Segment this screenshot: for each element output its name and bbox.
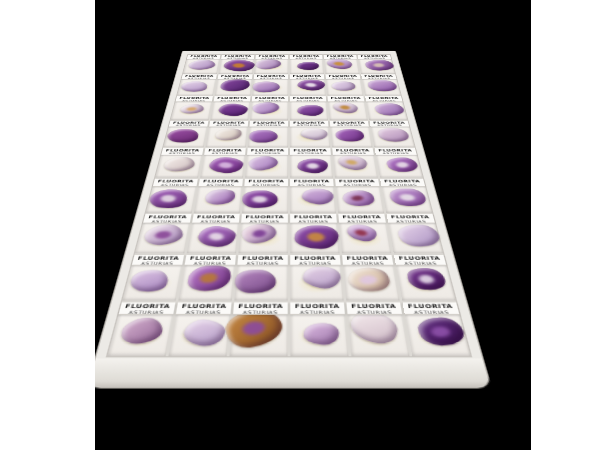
specimen-box: FLUORITAASTURIAS xyxy=(290,55,324,74)
specimen-box: FLUORITAASTURIAS xyxy=(335,179,384,213)
specimen-label: FLUORITAASTURIAS xyxy=(132,255,184,266)
specimen-box: FLUORITAASTURIAS xyxy=(387,214,444,253)
tray-grid: FLUORITAASTURIASFLUORITAASTURIASFLUORITA… xyxy=(106,54,473,357)
specimen-box: FLUORITAASTURIAS xyxy=(206,121,249,147)
specimen-box: FLUORITAASTURIAS xyxy=(215,74,253,95)
mineral-inclusion xyxy=(345,159,358,166)
label-line2: ASTURIAS xyxy=(250,125,289,127)
specimen-box: FLUORITAASTURIAS xyxy=(163,121,208,147)
specimen-label: FLUORITAASTURIAS xyxy=(181,74,216,79)
specimen-box: FLUORITAASTURIAS xyxy=(380,179,432,213)
mineral-inclusion xyxy=(305,82,317,87)
label-line2: ASTURIAS xyxy=(143,221,190,224)
mineral-inclusion xyxy=(241,320,267,337)
specimen-label: FLUORITAASTURIAS xyxy=(290,96,326,102)
label-line2: ASTURIAS xyxy=(330,125,369,127)
specimen-box: FLUORITAASTURIAS xyxy=(250,96,288,119)
page: FLUORITAASTURIASFLUORITAASTURIASFLUORITA… xyxy=(0,0,600,450)
mineral-inclusion xyxy=(187,107,196,111)
specimen-label: FLUORITAASTURIAS xyxy=(143,214,191,223)
label-line2: ASTURIAS xyxy=(324,58,357,59)
specimen-label: FLUORITAASTURIAS xyxy=(387,214,435,223)
label-line2: ASTURIAS xyxy=(336,184,380,187)
specimen-label: FLUORITAASTURIAS xyxy=(394,255,446,266)
specimen-label: FLUORITAASTURIAS xyxy=(325,74,360,79)
crystal-specimen xyxy=(164,127,201,143)
photo-background: FLUORITAASTURIASFLUORITAASTURIASFLUORITA… xyxy=(95,0,531,450)
mineral-inclusion xyxy=(400,193,414,201)
specimen-box: FLUORITAASTURIAS xyxy=(346,303,409,357)
mineral-inclusion xyxy=(207,232,224,241)
mineral-inclusion xyxy=(306,163,319,169)
tray-perspective: FLUORITAASTURIASFLUORITAASTURIASFLUORITA… xyxy=(95,51,490,387)
specimen-box: FLUORITAASTURIAS xyxy=(245,148,288,178)
mineral-inclusion xyxy=(155,231,170,240)
specimen-label: FLUORITAASTURIAS xyxy=(237,255,287,266)
specimen-box: FLUORITAASTURIAS xyxy=(210,96,250,119)
specimen-box: FLUORITAASTURIAS xyxy=(290,148,333,178)
specimen-box: FLUORITAASTURIAS xyxy=(290,214,339,253)
specimen-label: FLUORITAASTURIAS xyxy=(365,96,402,102)
label-line2: ASTURIAS xyxy=(375,153,416,155)
label-line2: ASTURIAS xyxy=(358,58,391,59)
specimen-box: FLUORITAASTURIAS xyxy=(370,121,415,147)
specimen-label: FLUORITAASTURIAS xyxy=(361,74,396,79)
specimen-label: FLUORITAASTURIAS xyxy=(161,148,203,155)
specimen-label: FLUORITAASTURIAS xyxy=(346,303,402,315)
mineral-inclusion xyxy=(359,275,378,286)
mineral-inclusion xyxy=(199,273,218,285)
specimen-box: FLUORITAASTURIAS xyxy=(342,255,400,301)
mineral-inclusion xyxy=(231,63,245,68)
mineral-inclusion xyxy=(306,232,324,242)
specimen-label: FLUORITAASTURIAS xyxy=(233,303,288,315)
specimen-label: FLUORITAASTURIAS xyxy=(290,179,334,187)
label-line2: ASTURIAS xyxy=(290,125,329,127)
specimen-box: FLUORITAASTURIAS xyxy=(290,96,328,119)
specimen-label: FLUORITAASTURIAS xyxy=(250,121,289,127)
label-line2: ASTURIAS xyxy=(221,58,254,59)
specimen-label: FLUORITAASTURIAS xyxy=(198,179,242,187)
specimen-label: FLUORITAASTURIAS xyxy=(290,121,329,127)
label-line2: ASTURIAS xyxy=(241,221,288,224)
label-line2: ASTURIAS xyxy=(252,100,288,102)
specimen-label: FLUORITAASTURIAS xyxy=(204,148,246,155)
label-line2: ASTURIAS xyxy=(218,78,253,80)
mineral-inclusion xyxy=(418,275,434,284)
mineral-inclusion xyxy=(430,326,451,338)
specimen-label: FLUORITAASTURIAS xyxy=(380,179,425,187)
crystal-specimen xyxy=(126,268,172,294)
specimen-label: FLUORITAASTURIAS xyxy=(290,148,331,155)
specimen-label: FLUORITAASTURIAS xyxy=(169,121,209,127)
mineral-inclusion xyxy=(333,61,345,66)
specimen-box: FLUORITAASTURIAS xyxy=(332,148,378,178)
specimen-label: FLUORITAASTURIAS xyxy=(118,303,175,315)
label-line2: ASTURIAS xyxy=(333,153,374,155)
specimen-box: FLUORITAASTURIAS xyxy=(248,121,288,147)
specimen-label: FLUORITAASTURIAS xyxy=(290,74,324,79)
specimen-box: FLUORITAASTURIAS xyxy=(135,214,192,253)
label-line2: ASTURIAS xyxy=(370,125,409,127)
label-line2: ASTURIAS xyxy=(169,125,208,127)
specimen-label: FLUORITAASTURIAS xyxy=(244,179,288,187)
specimen-label: FLUORITAASTURIAS xyxy=(176,303,232,315)
label-line2: ASTURIAS xyxy=(290,153,331,155)
specimen-box: FLUORITAASTURIAS xyxy=(358,55,395,74)
label-line2: ASTURIAS xyxy=(328,100,365,102)
label-line2: ASTURIAS xyxy=(176,311,231,315)
specimen-box: FLUORITAASTURIAS xyxy=(290,74,326,95)
specimen-label: FLUORITAASTURIAS xyxy=(209,121,248,127)
specimen-box: FLUORITAASTURIAS xyxy=(324,55,360,74)
specimen-label: FLUORITAASTURIAS xyxy=(218,74,253,79)
specimen-box: FLUORITAASTURIAS xyxy=(290,303,348,357)
label-line2: ASTURIAS xyxy=(181,78,216,80)
specimen-label: FLUORITAASTURIAS xyxy=(255,55,288,59)
specimen-box: FLUORITAASTURIAS xyxy=(290,255,344,301)
label-line2: ASTURIAS xyxy=(362,78,397,80)
specimen-label: FLUORITAASTURIAS xyxy=(290,255,340,266)
label-line2: ASTURIAS xyxy=(290,311,345,315)
mineral-inclusion xyxy=(373,63,385,67)
specimen-box: FLUORITAASTURIAS xyxy=(229,303,287,357)
specimen-box: FLUORITAASTURIAS xyxy=(242,179,288,213)
specimen-box: FLUORITAASTURIAS xyxy=(238,214,287,253)
label-line2: ASTURIAS xyxy=(326,78,361,80)
specimen-label: FLUORITAASTURIAS xyxy=(290,55,323,59)
label-line2: ASTURIAS xyxy=(175,100,212,102)
specimen-box: FLUORITAASTURIAS xyxy=(187,214,240,253)
specimen-box: FLUORITAASTURIAS xyxy=(168,303,231,357)
label-line2: ASTURIAS xyxy=(233,311,288,315)
label-line2: ASTURIAS xyxy=(290,78,324,80)
label-line2: ASTURIAS xyxy=(290,58,323,59)
specimen-box: FLUORITAASTURIAS xyxy=(107,303,175,357)
specimen-label: FLUORITAASTURIAS xyxy=(332,148,374,155)
specimen-label: FLUORITAASTURIAS xyxy=(221,55,254,59)
specimen-box: FLUORITAASTURIAS xyxy=(252,74,288,95)
specimen-box: FLUORITAASTURIAS xyxy=(330,121,373,147)
label-line2: ASTURIAS xyxy=(132,262,183,265)
specimen-box: FLUORITAASTURIAS xyxy=(194,179,243,213)
specimen-label: FLUORITAASTURIAS xyxy=(247,148,288,155)
crystal-specimen xyxy=(144,223,183,247)
mineral-inclusion xyxy=(354,229,368,237)
mineral-inclusion xyxy=(251,229,267,238)
label-line2: ASTURIAS xyxy=(290,221,337,224)
crystal-specimen xyxy=(221,59,256,73)
specimen-box: FLUORITAASTURIAS xyxy=(325,74,363,95)
label-line2: ASTURIAS xyxy=(209,125,248,127)
crystal-specimen xyxy=(293,224,339,250)
label-line2: ASTURIAS xyxy=(343,262,394,265)
specimen-label: FLUORITAASTURIAS xyxy=(328,96,365,102)
mineral-inclusion xyxy=(218,161,234,168)
label-line2: ASTURIAS xyxy=(204,153,245,155)
specimen-box: FLUORITAASTURIAS xyxy=(122,255,184,301)
specimen-box: FLUORITAASTURIAS xyxy=(328,96,368,119)
specimen-box: FLUORITAASTURIAS xyxy=(155,148,203,178)
specimen-box: FLUORITAASTURIAS xyxy=(219,55,255,74)
specimen-label: FLUORITAASTURIAS xyxy=(370,121,410,127)
specimen-box: FLUORITAASTURIAS xyxy=(361,74,401,95)
label-line2: ASTURIAS xyxy=(381,184,425,187)
label-line2: ASTURIAS xyxy=(244,184,288,187)
specimen-box: FLUORITAASTURIAS xyxy=(146,179,198,213)
label-line2: ASTURIAS xyxy=(290,100,326,102)
specimen-box: FLUORITAASTURIAS xyxy=(171,96,213,119)
specimen-label: FLUORITAASTURIAS xyxy=(358,55,392,59)
mineral-inclusion xyxy=(252,195,267,202)
crystal-specimen xyxy=(146,187,191,209)
label-line2: ASTURIAS xyxy=(184,262,235,265)
label-line2: ASTURIAS xyxy=(347,311,402,315)
label-line2: ASTURIAS xyxy=(118,311,173,315)
specimen-tray: FLUORITAASTURIASFLUORITAASTURIASFLUORITA… xyxy=(95,51,490,387)
specimen-label: FLUORITAASTURIAS xyxy=(175,96,212,102)
specimen-label: FLUORITAASTURIAS xyxy=(214,96,251,102)
specimen-label: FLUORITAASTURIAS xyxy=(338,214,386,223)
specimen-box: FLUORITAASTURIAS xyxy=(394,255,456,301)
specimen-box: FLUORITAASTURIAS xyxy=(365,96,407,119)
specimen-label: FLUORITAASTURIAS xyxy=(335,179,379,187)
crystal-specimen xyxy=(345,266,393,294)
label-line2: ASTURIAS xyxy=(192,221,239,224)
specimen-label: FLUORITAASTURIAS xyxy=(252,96,288,102)
label-line2: ASTURIAS xyxy=(290,262,340,265)
crystal-specimen xyxy=(189,59,216,70)
specimen-label: FLUORITAASTURIAS xyxy=(375,148,417,155)
crystal-specimen xyxy=(297,104,324,116)
specimen-label: FLUORITAASTURIAS xyxy=(153,179,198,187)
specimen-label: FLUORITAASTURIAS xyxy=(290,214,337,223)
label-line2: ASTURIAS xyxy=(404,311,459,315)
specimen-box: FLUORITAASTURIAS xyxy=(403,303,471,357)
label-line2: ASTURIAS xyxy=(161,153,202,155)
specimen-box: FLUORITAASTURIAS xyxy=(290,179,336,213)
specimen-label: FLUORITAASTURIAS xyxy=(254,74,288,79)
label-line2: ASTURIAS xyxy=(388,221,435,224)
specimen-label: FLUORITAASTURIAS xyxy=(290,303,345,315)
specimen-box: FLUORITAASTURIAS xyxy=(178,255,236,301)
specimen-box: FLUORITAASTURIAS xyxy=(183,55,220,74)
label-line2: ASTURIAS xyxy=(198,184,242,187)
label-line2: ASTURIAS xyxy=(366,100,403,102)
specimen-label: FLUORITAASTURIAS xyxy=(184,255,235,266)
label-line2: ASTURIAS xyxy=(214,100,251,102)
specimen-label: FLUORITAASTURIAS xyxy=(324,55,357,59)
mineral-inclusion xyxy=(350,194,364,201)
label-line2: ASTURIAS xyxy=(255,58,288,59)
mineral-inclusion xyxy=(159,194,177,203)
specimen-box: FLUORITAASTURIAS xyxy=(254,55,288,74)
specimen-box: FLUORITAASTURIAS xyxy=(290,121,330,147)
label-line2: ASTURIAS xyxy=(290,184,334,187)
specimen-box: FLUORITAASTURIAS xyxy=(338,214,391,253)
specimen-box: FLUORITAASTURIAS xyxy=(200,148,246,178)
label-line2: ASTURIAS xyxy=(339,221,386,224)
specimen-box: FLUORITAASTURIAS xyxy=(375,148,423,178)
label-line2: ASTURIAS xyxy=(237,262,287,265)
specimen-label: FLUORITAASTURIAS xyxy=(403,303,460,315)
specimen-box: FLUORITAASTURIAS xyxy=(177,74,217,95)
label-line2: ASTURIAS xyxy=(187,58,220,59)
specimen-label: FLUORITAASTURIAS xyxy=(342,255,393,266)
crystal-specimen xyxy=(179,80,210,92)
specimen-label: FLUORITAASTURIAS xyxy=(241,214,288,223)
mineral-inclusion xyxy=(339,105,350,110)
mineral-inclusion xyxy=(395,162,409,168)
label-line2: ASTURIAS xyxy=(254,78,288,80)
specimen-box: FLUORITAASTURIAS xyxy=(234,255,288,301)
specimen-label: FLUORITAASTURIAS xyxy=(192,214,240,223)
label-line2: ASTURIAS xyxy=(247,153,288,155)
specimen-label: FLUORITAASTURIAS xyxy=(187,55,221,59)
crystal-specimen xyxy=(219,78,251,92)
label-line2: ASTURIAS xyxy=(395,262,446,265)
label-line2: ASTURIAS xyxy=(153,184,197,187)
specimen-label: FLUORITAASTURIAS xyxy=(330,121,369,127)
